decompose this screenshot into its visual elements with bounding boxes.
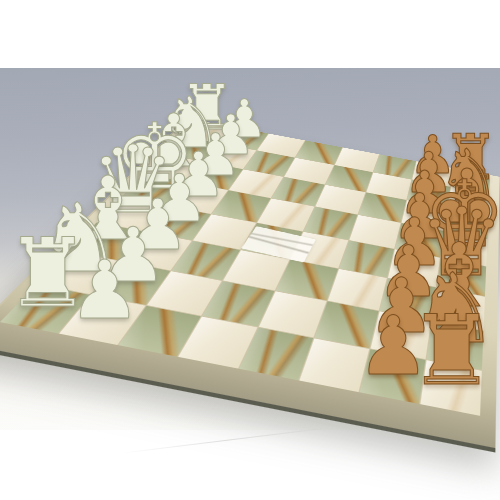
photo-canvas: ♜♞♝♛♚♝♞♜♟♟♟♟♟♟♟♟♟♟♟♟♟♟♟♟♜♞♝♛♚♝♞♜	[0, 0, 500, 500]
piece-black-rook-a8[interactable]: ♜	[408, 303, 495, 400]
pieces-layer: ♜♞♝♛♚♝♞♜♟♟♟♟♟♟♟♟♟♟♟♟♟♟♟♟♜♞♝♛♚♝♞♜	[0, 0, 500, 500]
piece-white-pawn-a2[interactable]: ♟	[69, 249, 141, 330]
